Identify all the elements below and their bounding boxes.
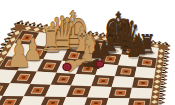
white-pawn[interactable]: ♟ bbox=[7, 35, 32, 73]
chess-set-photo: ♟♟♜♛♚♝♞♟♟♟♟♝♚♛♟♞♜♟ bbox=[0, 0, 175, 105]
pieces-layer: ♟♟♜♛♚♝♞♟♟♟♟♝♚♛♟♞♜♟ bbox=[0, 0, 175, 105]
red-felt-base bbox=[63, 63, 72, 71]
red-felt-base bbox=[96, 61, 104, 68]
white-rook[interactable]: ♜ bbox=[40, 22, 62, 56]
black-pawn[interactable]: ♟ bbox=[126, 40, 140, 61]
